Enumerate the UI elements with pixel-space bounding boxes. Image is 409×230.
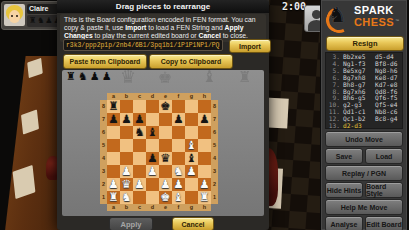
rank-label: 1	[211, 191, 218, 204]
square-h6[interactable]	[198, 126, 211, 139]
rank-label: 6	[100, 126, 107, 139]
rank-label: 5	[211, 139, 218, 152]
square-a7[interactable]: ♟	[107, 113, 120, 126]
sparkchess-logo: ♞ SPARK CHESS ™	[321, 1, 407, 33]
square-f1[interactable]: ♝	[172, 191, 185, 204]
load-button[interactable]: Load	[365, 148, 403, 164]
square-a5[interactable]	[107, 139, 120, 152]
rank-label: 1	[100, 191, 107, 204]
rank-labels-left: 87654321	[100, 100, 107, 204]
rank-labels-right: 87654321	[211, 100, 218, 204]
black-pawn: ♟	[198, 113, 211, 126]
file-label: c	[133, 204, 146, 211]
square-c4[interactable]	[133, 152, 146, 165]
black-pawn: ♟	[172, 113, 185, 126]
file-labels-top: abcdefgh	[107, 93, 211, 100]
captured-black-pawn[interactable]: ♟	[90, 71, 100, 83]
square-f5[interactable]	[172, 139, 185, 152]
background-3d-board-left	[0, 56, 64, 230]
rank-label: 7	[211, 113, 218, 126]
white-rook: ♜	[107, 191, 120, 204]
rank-label: 5	[100, 139, 107, 152]
rank-label: 6	[211, 126, 218, 139]
white-pawn: ♟	[146, 165, 159, 178]
file-labels-bottom: abcdefgh	[107, 204, 211, 211]
square-b7[interactable]: ♟	[120, 113, 133, 126]
resign-button[interactable]: Resign	[326, 36, 404, 51]
file-label: b	[120, 93, 133, 100]
file-label: h	[198, 204, 211, 211]
rank-label: 4	[100, 152, 107, 165]
app-window: 2:00 Claire ♜♞♟♟ Drag pieces to rearrang…	[0, 0, 409, 230]
white-king: ♚	[159, 191, 172, 204]
captured-black-knight[interactable]: ♞	[78, 71, 88, 83]
file-label: c	[133, 93, 146, 100]
white-rook: ♜	[198, 191, 211, 204]
logo-text-spark: SPARK	[354, 4, 394, 16]
white-knight: ♞	[120, 191, 133, 204]
copy-to-clipboard-button[interactable]: Copy to Clipboard	[149, 54, 233, 69]
square-b6[interactable]	[120, 126, 133, 139]
rank-label: 3	[211, 165, 218, 178]
square-d2[interactable]	[146, 178, 159, 191]
square-a1[interactable]: ♜	[107, 191, 120, 204]
black-pawn: ♟	[120, 113, 133, 126]
black-bishop: ♝	[146, 126, 159, 139]
captured-black-rook[interactable]: ♜	[66, 71, 76, 83]
square-e4[interactable]: ♛	[159, 152, 172, 165]
white-bishop: ♝	[172, 191, 185, 204]
square-e8[interactable]: ♚	[159, 100, 172, 113]
square-c1[interactable]	[133, 191, 146, 204]
hide-hints-button[interactable]: Hide Hints	[325, 182, 363, 198]
save-button[interactable]: Save	[325, 148, 363, 164]
rank-label: 4	[211, 152, 218, 165]
captured-black-pawn[interactable]: ♟	[102, 71, 112, 83]
square-g1[interactable]	[185, 191, 198, 204]
file-label: a	[107, 204, 120, 211]
move-list[interactable]: 3.Bb2xe5d5-d44.Ng1-f3Bf8-d65.Be5xg7Ng8-h…	[325, 52, 403, 129]
square-c5[interactable]	[133, 139, 146, 152]
file-label: e	[159, 204, 172, 211]
square-d1[interactable]	[146, 191, 159, 204]
rank-label: 2	[100, 178, 107, 191]
edit-board-dialog: Drag pieces to rearrange This is the Boa…	[57, 0, 269, 230]
board-editor-overlay: ♛ ♚ ♝ ♜ ♜♞♟♟ abcdefgh abcdefgh 87654321 …	[62, 70, 264, 216]
square-h4[interactable]	[198, 152, 211, 165]
rank-label: 8	[211, 100, 218, 113]
square-a6[interactable]	[107, 126, 120, 139]
square-a4[interactable]	[107, 152, 120, 165]
square-f7[interactable]: ♟	[172, 113, 185, 126]
captured-black-rook: ♜	[29, 17, 36, 25]
black-knight: ♞	[133, 126, 146, 139]
square-b5[interactable]	[120, 139, 133, 152]
rank-label: 3	[100, 165, 107, 178]
square-h1[interactable]: ♜	[198, 191, 211, 204]
editor-captured-tray[interactable]: ♜♞♟♟	[66, 71, 112, 83]
trademark-symbol: ™	[395, 18, 399, 23]
captured-black-pawn: ♟	[45, 17, 52, 25]
player-plate: Claire ♜♞♟♟	[1, 1, 65, 30]
apply-button[interactable]: Apply	[109, 217, 153, 230]
square-g7[interactable]	[185, 113, 198, 126]
white-pawn: ♟	[185, 165, 198, 178]
sidebar: ♞ SPARK CHESS ™ Resign 3.Bb2xe5d5-d44.Ng…	[320, 0, 407, 230]
square-e7[interactable]	[159, 113, 172, 126]
logo-text-chess: CHESS	[354, 16, 394, 28]
file-label: f	[172, 204, 185, 211]
analyse-button[interactable]: Analyse	[325, 216, 363, 230]
file-label: g	[185, 93, 198, 100]
square-b1[interactable]: ♞	[120, 191, 133, 204]
replay-pgn-button[interactable]: Replay / PGN	[325, 165, 403, 181]
board-style-button[interactable]: Board Style	[365, 182, 403, 198]
square-d8[interactable]	[146, 100, 159, 113]
captured-black-knight: ♞	[37, 17, 44, 25]
square-e6[interactable]	[159, 126, 172, 139]
rank-label: 8	[100, 100, 107, 113]
file-label: g	[185, 204, 198, 211]
square-c6[interactable]: ♞	[133, 126, 146, 139]
chess-board-grid[interactable]: ♜♚♟♟♟♟♟♞♝♝♟♛♝♟♟♞♟♟♛♟♟♟♟♜♞♚♝♜	[107, 100, 211, 204]
black-pawn: ♟	[107, 113, 120, 126]
white-pawn: ♟	[133, 178, 146, 191]
sidebar-buttons: Undo MoveSaveLoadReplay / PGNHide HintsB…	[325, 131, 403, 230]
rank-label: 7	[100, 113, 107, 126]
black-king: ♚	[159, 100, 172, 113]
dialog-title: Drag pieces to rearrange	[57, 0, 269, 13]
square-g2[interactable]	[185, 178, 198, 191]
move-row: 13.d2-d3	[326, 123, 402, 129]
square-g3[interactable]: ♟	[185, 165, 198, 178]
square-d3[interactable]: ♟	[146, 165, 159, 178]
file-label: h	[198, 93, 211, 100]
file-label: d	[146, 204, 159, 211]
square-d6[interactable]: ♝	[146, 126, 159, 139]
square-f6[interactable]	[172, 126, 185, 139]
file-label: b	[120, 204, 133, 211]
cancel-button[interactable]: Cancel	[172, 217, 214, 230]
rank-label: 2	[211, 178, 218, 191]
player-avatar	[4, 4, 25, 26]
help-me-move-button[interactable]: Help Me Move	[325, 199, 403, 215]
square-c2[interactable]: ♟	[133, 178, 146, 191]
knight-icon: ♞	[328, 3, 347, 27]
square-h7[interactable]: ♟	[198, 113, 211, 126]
opponent-clock: 2:00	[282, 1, 306, 12]
square-g8[interactable]	[185, 100, 198, 113]
square-h5[interactable]	[198, 139, 211, 152]
black-queen: ♛	[159, 152, 172, 165]
edit-board-button[interactable]: Edit Board	[365, 216, 403, 230]
square-e1[interactable]: ♚	[159, 191, 172, 204]
file-label: f	[172, 93, 185, 100]
undo-move-button[interactable]: Undo Move	[325, 131, 403, 147]
file-label: d	[146, 93, 159, 100]
editor-board: abcdefgh abcdefgh 87654321 87654321 ♜♚♟♟…	[100, 93, 218, 211]
fen-input[interactable]	[63, 39, 223, 51]
import-button[interactable]: Import	[229, 39, 271, 53]
